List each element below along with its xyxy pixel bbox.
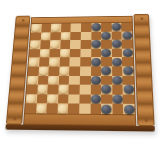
board-square[interactable] (122, 40, 133, 49)
board-square[interactable] (101, 104, 112, 114)
screw-icon (13, 117, 16, 120)
board-square[interactable] (47, 85, 58, 94)
board-square[interactable] (26, 94, 37, 104)
board-square[interactable] (111, 31, 121, 40)
board-square[interactable] (91, 49, 101, 58)
dark-piece[interactable] (102, 85, 112, 94)
screw-icon (140, 17, 143, 20)
board-square[interactable] (57, 104, 68, 114)
board-square[interactable] (81, 23, 91, 31)
board-front-edge (5, 124, 155, 131)
dark-piece[interactable] (123, 85, 134, 94)
light-piece[interactable] (40, 49, 50, 57)
board-square[interactable] (58, 94, 69, 104)
board-square[interactable] (112, 94, 123, 104)
board-square[interactable] (28, 67, 39, 76)
board-square[interactable] (101, 57, 112, 66)
dark-piece[interactable] (91, 40, 101, 48)
dark-piece[interactable] (124, 105, 135, 114)
screw-icon (21, 19, 24, 22)
board-square[interactable] (101, 66, 112, 75)
board-square[interactable] (80, 66, 91, 75)
board-square[interactable] (60, 49, 71, 58)
dark-piece[interactable] (91, 76, 101, 85)
board-square[interactable] (112, 48, 123, 57)
board-square[interactable] (50, 40, 61, 49)
dark-piece[interactable] (102, 104, 112, 113)
board-square[interactable] (68, 104, 79, 114)
board-square[interactable] (122, 23, 133, 32)
light-piece[interactable] (36, 104, 47, 113)
board-right-rail (133, 14, 154, 126)
board-square[interactable] (122, 48, 133, 57)
dark-piece[interactable] (122, 49, 132, 57)
board-square[interactable] (60, 32, 70, 41)
board-square[interactable] (58, 85, 69, 94)
board-square[interactable] (122, 31, 133, 40)
board-square[interactable] (30, 40, 41, 49)
board-square[interactable] (79, 104, 90, 114)
board-square[interactable] (70, 40, 80, 49)
board-square[interactable] (101, 76, 112, 85)
board-square[interactable] (59, 58, 70, 67)
board-square[interactable] (49, 58, 60, 67)
board-square[interactable] (112, 104, 123, 114)
light-piece[interactable] (41, 32, 51, 40)
light-piece[interactable] (47, 94, 58, 103)
board-square[interactable] (101, 31, 111, 40)
light-piece[interactable] (38, 67, 48, 75)
board-square[interactable] (101, 23, 111, 31)
board-square[interactable] (29, 49, 40, 58)
board-square[interactable] (122, 57, 133, 66)
board-square[interactable] (80, 49, 91, 58)
board-square[interactable] (101, 40, 111, 49)
board-square[interactable] (50, 32, 60, 41)
board-square[interactable] (40, 32, 50, 40)
board-square[interactable] (36, 104, 47, 114)
board-square[interactable] (37, 85, 48, 94)
board-square[interactable] (123, 94, 134, 104)
board-square[interactable] (69, 94, 80, 104)
board-square[interactable] (30, 32, 41, 40)
board-square[interactable] (28, 58, 39, 67)
board-square[interactable] (91, 57, 102, 66)
board-square[interactable] (123, 104, 134, 114)
board-square[interactable] (90, 94, 101, 104)
board-square[interactable] (81, 40, 91, 49)
board-square[interactable] (101, 85, 112, 95)
board-square[interactable] (111, 23, 121, 32)
light-piece[interactable] (30, 41, 40, 49)
light-piece[interactable] (51, 24, 61, 32)
board-square[interactable] (90, 85, 101, 95)
light-piece[interactable] (31, 24, 41, 32)
board-square[interactable] (71, 23, 81, 31)
light-piece[interactable] (49, 58, 59, 66)
dark-piece[interactable] (102, 32, 112, 40)
board-square[interactable] (25, 104, 36, 114)
board-square[interactable] (49, 49, 60, 58)
dark-piece[interactable] (102, 67, 112, 76)
board-square[interactable] (48, 76, 59, 85)
board-square[interactable] (79, 94, 90, 104)
board-square[interactable] (123, 66, 134, 75)
light-piece[interactable] (59, 67, 69, 76)
board-square[interactable] (61, 23, 71, 31)
screw-icon (144, 119, 147, 122)
board-square[interactable] (90, 104, 101, 114)
light-piece[interactable] (48, 76, 58, 85)
light-piece[interactable] (61, 32, 71, 40)
board-square[interactable] (91, 40, 101, 49)
dark-piece[interactable] (91, 95, 101, 104)
board-square[interactable] (38, 76, 49, 85)
board-square[interactable] (26, 85, 37, 94)
board-square[interactable] (91, 23, 101, 31)
board-square[interactable] (112, 76, 123, 85)
board-square[interactable] (31, 24, 41, 32)
board-square[interactable] (46, 104, 57, 114)
board-square[interactable] (101, 94, 112, 104)
dark-piece[interactable] (102, 49, 112, 57)
board-square[interactable] (81, 32, 91, 41)
dark-piece[interactable] (112, 76, 122, 85)
board-square[interactable] (112, 40, 123, 49)
board-square[interactable] (59, 66, 70, 75)
board-square[interactable] (123, 76, 134, 85)
dark-piece[interactable] (112, 40, 122, 48)
board-square[interactable] (27, 76, 38, 85)
board-square[interactable] (80, 57, 91, 66)
board-square[interactable] (39, 58, 50, 67)
board-square[interactable] (71, 32, 81, 41)
board-square[interactable] (69, 66, 80, 75)
board-square[interactable] (47, 94, 58, 104)
product-photo-stage (0, 0, 160, 160)
light-piece[interactable] (58, 85, 68, 94)
dark-piece[interactable] (123, 67, 133, 76)
board-square[interactable] (60, 40, 70, 49)
board-square[interactable] (69, 76, 80, 85)
dark-piece[interactable] (112, 23, 122, 31)
board-square[interactable] (101, 49, 112, 58)
board-square[interactable] (41, 24, 51, 32)
board-square[interactable] (112, 66, 123, 75)
dark-piece[interactable] (112, 95, 123, 104)
board-square[interactable] (48, 67, 59, 76)
board-square[interactable] (59, 76, 70, 85)
board-square[interactable] (39, 49, 50, 58)
dark-piece[interactable] (91, 23, 101, 31)
board-square[interactable] (112, 85, 123, 95)
light-piece[interactable] (27, 76, 37, 85)
checkers-board (5, 14, 155, 132)
board-square[interactable] (38, 67, 49, 76)
board-square[interactable] (36, 94, 47, 104)
board-square[interactable] (51, 24, 61, 32)
board-square[interactable] (91, 66, 102, 75)
board-square[interactable] (69, 85, 80, 94)
board-square[interactable] (70, 58, 81, 67)
light-piece[interactable] (29, 58, 39, 66)
board-square[interactable] (80, 76, 91, 85)
light-piece[interactable] (50, 41, 60, 49)
board-square[interactable] (112, 57, 123, 66)
board-square[interactable] (91, 31, 101, 40)
board-square[interactable] (123, 85, 134, 95)
dark-piece[interactable] (112, 58, 122, 66)
board-square[interactable] (40, 40, 51, 49)
light-piece[interactable] (26, 94, 37, 103)
board-square[interactable] (90, 76, 101, 85)
board-grid (24, 23, 136, 115)
board-square[interactable] (70, 49, 81, 58)
light-piece[interactable] (37, 85, 47, 94)
board-square[interactable] (80, 85, 91, 95)
dark-piece[interactable] (91, 58, 101, 66)
light-piece[interactable] (60, 49, 70, 57)
dark-piece[interactable] (122, 31, 132, 39)
light-piece[interactable] (58, 104, 69, 113)
